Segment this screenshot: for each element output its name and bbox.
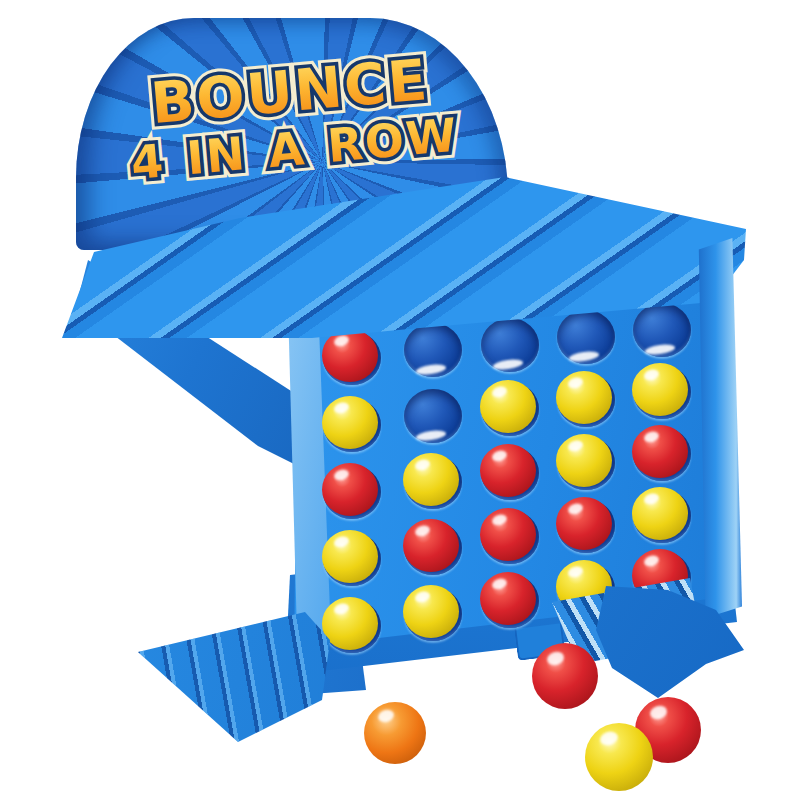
logo: BOUNCE BOUNCE BOUNCE 4 IN A ROW 4 IN A R… [100, 42, 485, 192]
hole-r2c4 [557, 373, 615, 427]
hole-r5c1 [323, 599, 381, 653]
hole-r2c5 [633, 365, 691, 419]
hole-r3c1 [323, 465, 381, 519]
red-ball-r5c3 [480, 572, 536, 625]
hole-r3c3 [481, 446, 539, 500]
grid-column-3 [481, 318, 539, 638]
yellow-ball-r2c3 [480, 380, 536, 433]
red-ball-r1c1 [322, 329, 378, 382]
empty-hole-r1c2 [404, 323, 462, 377]
hole-r4c4 [557, 499, 615, 553]
loose-yellow-ball [585, 723, 653, 791]
yellow-ball-r3c2 [403, 453, 459, 506]
hole-r4c1 [323, 532, 381, 586]
yellow-ball-r2c5 [632, 363, 688, 416]
empty-hole-r2c2 [404, 389, 462, 443]
hole-r1c1 [323, 331, 381, 385]
red-ball-r3c5 [632, 425, 688, 478]
grid-column-5 [633, 303, 691, 613]
empty-hole-r1c3 [481, 318, 539, 372]
hole-r4c2 [404, 521, 462, 575]
hole-r4c5 [633, 489, 691, 543]
yellow-ball-r5c1 [322, 597, 378, 650]
yellow-ball-r4c1 [322, 530, 378, 583]
yellow-ball-r3c4 [556, 434, 612, 487]
hole-r3c4 [557, 436, 615, 490]
yellow-ball-r2c1 [322, 396, 378, 449]
grid-column-2 [404, 323, 462, 653]
red-ball-r4c2 [403, 519, 459, 572]
red-ball-r3c1 [322, 463, 378, 516]
product-photo-stage: BOUNCE BOUNCE BOUNCE 4 IN A ROW 4 IN A R… [0, 0, 800, 800]
yellow-ball-r2c4 [556, 371, 612, 424]
empty-hole-r1c5 [633, 303, 691, 357]
loose-orange-ball [364, 702, 426, 764]
hole-r2c1 [323, 398, 381, 452]
red-ball-r4c4 [556, 497, 612, 550]
hole-r3c2 [404, 455, 462, 509]
red-ball-r4c3 [480, 508, 536, 561]
hole-r4c3 [481, 510, 539, 564]
loose-red-ball [532, 643, 598, 709]
red-ball-r3c3 [480, 444, 536, 497]
empty-hole-r1c4 [557, 310, 615, 364]
grid-column-4 [557, 310, 615, 625]
grid-column-1 [323, 331, 381, 666]
hole-r3c5 [633, 427, 691, 481]
yellow-ball-r5c2 [403, 585, 459, 638]
yellow-ball-r4c5 [632, 487, 688, 540]
hole-r5c2 [404, 587, 462, 641]
hole-r5c3 [481, 574, 539, 628]
hole-r2c3 [481, 382, 539, 436]
